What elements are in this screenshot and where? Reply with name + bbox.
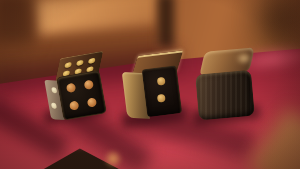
vignette-overlay	[0, 0, 300, 169]
photo-dice-scene	[0, 0, 300, 169]
